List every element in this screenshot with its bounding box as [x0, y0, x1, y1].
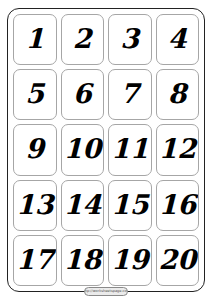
number-card: 3	[108, 14, 152, 65]
number-card: 8	[156, 69, 200, 120]
card-number: 6	[73, 80, 92, 107]
card-number: 12	[158, 135, 196, 162]
card-number: 9	[25, 135, 44, 162]
card-number: 2	[73, 25, 92, 52]
number-card: 1	[13, 14, 57, 65]
number-card: 9	[13, 124, 57, 175]
card-number: 13	[16, 191, 54, 218]
card-number: 19	[111, 246, 149, 273]
card-number: 14	[63, 191, 101, 218]
worksheet-page: 1234567891011121314151617181920 http://w…	[0, 0, 212, 300]
card-number: 4	[168, 25, 187, 52]
number-card: 18	[61, 235, 105, 286]
card-number: 3	[120, 25, 139, 52]
number-card: 5	[13, 69, 57, 120]
outer-frame: 1234567891011121314151617181920	[7, 8, 205, 292]
card-number: 10	[63, 135, 101, 162]
card-number: 8	[168, 80, 187, 107]
card-number: 1	[25, 25, 44, 52]
number-card: 16	[156, 180, 200, 231]
number-card: 7	[108, 69, 152, 120]
card-number: 20	[158, 246, 196, 273]
footer-badge: http://worksheetspage.com	[84, 287, 128, 296]
card-number: 5	[25, 80, 44, 107]
number-grid: 1234567891011121314151617181920	[13, 14, 199, 286]
card-number: 11	[111, 135, 149, 162]
number-card: 14	[61, 180, 105, 231]
card-number: 15	[111, 191, 149, 218]
card-number: 16	[158, 191, 196, 218]
footer-url: http://worksheetspage.com	[84, 290, 128, 294]
card-number: 7	[120, 80, 139, 107]
number-card: 15	[108, 180, 152, 231]
number-card: 19	[108, 235, 152, 286]
number-card: 10	[61, 124, 105, 175]
number-card: 20	[156, 235, 200, 286]
card-number: 17	[16, 246, 54, 273]
number-card: 6	[61, 69, 105, 120]
number-card: 12	[156, 124, 200, 175]
number-card: 11	[108, 124, 152, 175]
number-card: 4	[156, 14, 200, 65]
number-card: 2	[61, 14, 105, 65]
number-card: 17	[13, 235, 57, 286]
number-card: 13	[13, 180, 57, 231]
card-number: 18	[63, 246, 101, 273]
